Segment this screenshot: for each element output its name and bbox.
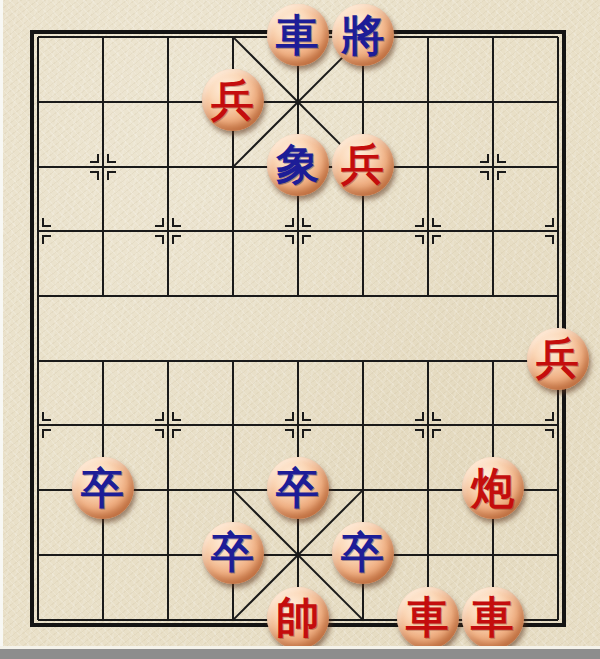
red-cannon[interactable]: 炮 <box>462 457 524 519</box>
grid-line <box>70 424 103 426</box>
point-marker <box>155 218 164 227</box>
board-point[interactable] <box>135 134 200 199</box>
grid-line <box>363 489 396 491</box>
grid-line <box>167 199 169 231</box>
board-point[interactable] <box>70 199 135 264</box>
board-point[interactable] <box>395 5 460 70</box>
grid-line <box>200 360 233 362</box>
grid-line <box>37 458 39 490</box>
grid-line <box>37 199 39 231</box>
grid-line <box>427 102 429 134</box>
grid-line <box>167 264 169 296</box>
board-point[interactable] <box>525 458 590 523</box>
point-marker <box>415 412 424 421</box>
grid-line <box>102 167 104 199</box>
grid-line <box>37 37 39 69</box>
grid-line <box>395 36 428 38</box>
grid-line <box>233 295 266 297</box>
grid-line <box>362 70 364 102</box>
grid-line <box>492 231 494 263</box>
grid-line <box>38 360 71 362</box>
grid-line <box>168 36 201 38</box>
board-point[interactable] <box>330 70 395 135</box>
grid-line <box>427 458 429 490</box>
board-point[interactable] <box>395 328 460 393</box>
grid-line <box>135 360 168 362</box>
board-point[interactable] <box>460 328 525 393</box>
grid-line <box>233 36 266 38</box>
grid-line <box>525 424 558 426</box>
grid-line <box>427 264 429 296</box>
grid-line <box>168 295 201 297</box>
board-point[interactable] <box>460 70 525 135</box>
grid-line <box>298 295 331 297</box>
grid-line <box>330 424 363 426</box>
board-point[interactable] <box>70 393 135 458</box>
board-point[interactable] <box>330 393 395 458</box>
grid-line <box>460 554 493 556</box>
grid-line <box>557 70 559 102</box>
grid-line <box>37 361 39 393</box>
grid-line <box>200 166 233 168</box>
grid-line <box>232 199 234 231</box>
grid-line <box>298 554 331 556</box>
point-marker <box>415 235 424 244</box>
board-point[interactable] <box>200 199 265 264</box>
grid-line <box>200 619 233 621</box>
grid-line <box>37 296 39 328</box>
red-soldier[interactable]: 兵 <box>332 134 394 196</box>
grid-line <box>168 230 201 232</box>
grid-line <box>102 199 104 231</box>
grid-line <box>102 134 104 166</box>
grid-line <box>427 523 429 555</box>
grid-line <box>557 523 559 555</box>
grid-line <box>102 393 104 425</box>
grid-line <box>493 36 526 38</box>
grid-line <box>167 393 169 425</box>
grid-line <box>265 424 298 426</box>
board-point[interactable] <box>5 70 70 135</box>
grid-line <box>460 424 493 426</box>
red-chariot[interactable]: 車 <box>462 587 524 649</box>
board-point[interactable] <box>70 70 135 135</box>
grid-line <box>492 555 494 587</box>
window-bottom-band <box>0 649 600 659</box>
grid-line <box>363 619 396 621</box>
grid-line <box>233 230 266 232</box>
board-point[interactable] <box>395 393 460 458</box>
grid-line <box>103 166 136 168</box>
grid-line <box>297 70 299 102</box>
board-point[interactable] <box>330 199 395 264</box>
point-marker <box>285 235 294 244</box>
grid-line <box>265 554 298 556</box>
grid-line <box>38 230 71 232</box>
point-marker <box>497 154 506 163</box>
grid-line <box>525 36 558 38</box>
grid-line <box>232 264 234 296</box>
grid-line <box>167 167 169 199</box>
board-point[interactable] <box>525 199 590 264</box>
board-point[interactable] <box>5 393 70 458</box>
grid-line <box>427 490 429 522</box>
grid-line <box>135 230 168 232</box>
grid-line <box>103 360 136 362</box>
grid-line <box>37 587 39 619</box>
grid-line <box>492 523 494 555</box>
grid-line <box>363 360 396 362</box>
grid-line <box>557 264 559 296</box>
grid-line <box>493 101 526 103</box>
grid-line <box>168 166 201 168</box>
grid-line <box>232 167 234 199</box>
board-point[interactable] <box>135 70 200 135</box>
grid-line <box>395 166 428 168</box>
grid-line <box>492 134 494 166</box>
grid-line <box>102 425 104 457</box>
grid-line <box>492 70 494 102</box>
grid-line <box>298 424 331 426</box>
point-marker <box>172 412 181 421</box>
grid-line <box>70 166 103 168</box>
point-marker <box>107 154 116 163</box>
grid-line <box>493 166 526 168</box>
window-left-edge <box>0 0 3 659</box>
grid-line <box>492 167 494 199</box>
board-point[interactable] <box>525 70 590 135</box>
point-marker <box>172 218 181 227</box>
grid-line <box>492 37 494 69</box>
grid-line <box>200 295 233 297</box>
point-marker <box>42 218 51 227</box>
grid-line <box>135 295 168 297</box>
red-general[interactable]: 帥 <box>267 587 329 649</box>
grid-line <box>427 37 429 69</box>
board-point[interactable] <box>460 523 525 588</box>
board-point[interactable] <box>135 393 200 458</box>
board-point[interactable] <box>265 393 330 458</box>
grid-line <box>557 296 559 328</box>
grid-line <box>362 102 364 134</box>
grid-line <box>233 489 266 491</box>
xiangqi-app-window: 車將兵象兵兵卒卒炮卒卒帥車車 <box>0 0 600 659</box>
grid-line <box>460 36 493 38</box>
board-point[interactable] <box>525 587 590 652</box>
grid-line <box>557 425 559 457</box>
point-marker <box>42 235 51 244</box>
point-marker <box>172 429 181 438</box>
grid-line <box>297 102 299 134</box>
board-point[interactable] <box>70 5 135 70</box>
grid-line <box>492 264 494 296</box>
board-point[interactable] <box>525 523 590 588</box>
grid-line <box>460 166 493 168</box>
grid-line <box>135 424 168 426</box>
point-marker <box>545 412 554 421</box>
point-marker <box>90 171 99 180</box>
point-marker <box>285 412 294 421</box>
grid-line <box>102 264 104 296</box>
board-point[interactable] <box>265 328 330 393</box>
board-point[interactable] <box>135 5 200 70</box>
grid-line <box>557 458 559 490</box>
point-marker <box>42 412 51 421</box>
grid-line <box>232 37 234 69</box>
grid-line <box>330 489 363 491</box>
board-point[interactable] <box>395 458 460 523</box>
grid-line <box>557 102 559 134</box>
grid-line <box>103 36 136 38</box>
board-point[interactable] <box>70 587 135 652</box>
grid-line <box>427 231 429 263</box>
grid-line <box>37 328 39 360</box>
grid-line <box>363 101 396 103</box>
point-marker <box>172 235 181 244</box>
grid-line <box>38 554 71 556</box>
grid-line <box>232 393 234 425</box>
grid-line <box>37 167 39 199</box>
grid-line <box>232 490 234 522</box>
red-soldier[interactable]: 兵 <box>202 69 264 131</box>
grid-line <box>37 523 39 555</box>
grid-line <box>395 101 428 103</box>
grid-line <box>298 230 331 232</box>
grid-line <box>167 458 169 490</box>
grid-line <box>428 295 461 297</box>
grid-line <box>362 458 364 490</box>
point-marker <box>415 218 424 227</box>
grid-line <box>363 424 396 426</box>
grid-line <box>38 166 71 168</box>
grid-line <box>232 587 234 619</box>
grid-line <box>168 424 201 426</box>
board-point[interactable] <box>5 523 70 588</box>
grid-line <box>70 295 103 297</box>
point-marker <box>432 235 441 244</box>
grid-line <box>37 393 39 425</box>
point-marker <box>415 429 424 438</box>
board-point[interactable] <box>5 5 70 70</box>
grid-line <box>168 489 201 491</box>
point-marker <box>285 218 294 227</box>
board-point[interactable] <box>460 134 525 199</box>
grid-line <box>557 37 559 69</box>
grid-line <box>428 230 461 232</box>
point-marker <box>302 235 311 244</box>
board-point[interactable] <box>135 458 200 523</box>
grid-line <box>167 37 169 69</box>
grid-line <box>395 489 428 491</box>
board-point[interactable] <box>395 523 460 588</box>
grid-line <box>233 619 266 621</box>
grid-line <box>37 490 39 522</box>
grid-line <box>427 393 429 425</box>
red-soldier[interactable]: 兵 <box>527 328 589 390</box>
board-point[interactable] <box>5 587 70 652</box>
grid-line <box>102 361 104 393</box>
grid-line <box>37 70 39 102</box>
grid-line <box>37 555 39 587</box>
grid-line <box>37 425 39 457</box>
board-point[interactable] <box>395 134 460 199</box>
grid-line <box>525 619 558 621</box>
board-point[interactable] <box>200 328 265 393</box>
grid-line <box>297 523 299 555</box>
black-elephant[interactable]: 象 <box>267 134 329 196</box>
grid-line <box>460 230 493 232</box>
board-point[interactable] <box>395 70 460 135</box>
point-marker <box>42 429 51 438</box>
grid-line <box>168 360 201 362</box>
grid-line <box>525 295 558 297</box>
board-point[interactable] <box>525 134 590 199</box>
grid-line <box>103 295 136 297</box>
board-point[interactable] <box>460 5 525 70</box>
point-marker <box>155 412 164 421</box>
point-marker <box>285 429 294 438</box>
grid-line <box>38 36 71 38</box>
grid-line <box>167 523 169 555</box>
grid-line <box>103 101 136 103</box>
board-point[interactable] <box>460 264 525 329</box>
grid-line <box>362 231 364 263</box>
board-point[interactable] <box>200 264 265 329</box>
grid-line <box>297 555 299 587</box>
grid-line <box>493 295 526 297</box>
board-point[interactable] <box>265 199 330 264</box>
grid-line <box>362 361 364 393</box>
grid-line <box>232 134 234 166</box>
point-marker <box>302 429 311 438</box>
grid-line <box>167 361 169 393</box>
board-point[interactable] <box>395 264 460 329</box>
board-point[interactable] <box>70 264 135 329</box>
board-point[interactable] <box>135 264 200 329</box>
grid-line <box>557 199 559 231</box>
board-point[interactable] <box>70 328 135 393</box>
grid-line <box>135 489 168 491</box>
board-point[interactable] <box>200 393 265 458</box>
board-point[interactable] <box>525 393 590 458</box>
board-point[interactable] <box>135 199 200 264</box>
black-soldier[interactable]: 卒 <box>202 522 264 584</box>
grid-line <box>297 393 299 425</box>
grid-line <box>103 230 136 232</box>
board-point[interactable] <box>330 328 395 393</box>
grid-line <box>37 264 39 296</box>
xiangqi-board: 車將兵象兵兵卒卒炮卒卒帥車車 <box>5 5 590 652</box>
grid-line <box>232 458 234 490</box>
grid-line <box>37 231 39 263</box>
black-soldier[interactable]: 卒 <box>267 457 329 519</box>
grid-line <box>200 424 233 426</box>
board-point[interactable] <box>330 264 395 329</box>
grid-line <box>493 424 526 426</box>
grid-line <box>557 555 559 587</box>
grid-line <box>428 554 461 556</box>
board-point[interactable] <box>135 523 200 588</box>
grid-line <box>557 393 559 425</box>
grid-line <box>428 489 461 491</box>
red-chariot[interactable]: 車 <box>397 587 459 649</box>
grid-line <box>135 36 168 38</box>
grid-line <box>233 360 266 362</box>
black-general[interactable]: 將 <box>332 4 394 66</box>
grid-line <box>167 231 169 263</box>
board-point[interactable] <box>525 5 590 70</box>
board-point[interactable] <box>70 134 135 199</box>
black-chariot[interactable]: 車 <box>267 4 329 66</box>
grid-line <box>232 231 234 263</box>
grid-line <box>265 101 298 103</box>
board-point[interactable] <box>135 328 200 393</box>
point-marker <box>155 429 164 438</box>
board-point[interactable] <box>460 199 525 264</box>
grid-line <box>557 587 559 619</box>
grid-line <box>265 360 298 362</box>
grid-line <box>525 230 558 232</box>
grid-line <box>103 554 136 556</box>
grid-line <box>362 264 364 296</box>
point-marker <box>432 429 441 438</box>
grid-line <box>493 230 526 232</box>
grid-line <box>167 70 169 102</box>
grid-line <box>200 36 233 38</box>
black-soldier[interactable]: 卒 <box>332 522 394 584</box>
point-marker <box>545 218 554 227</box>
grid-line <box>427 555 429 587</box>
grid-line <box>492 102 494 134</box>
grid-line <box>167 425 169 457</box>
grid-line <box>525 166 558 168</box>
grid-line <box>428 360 461 362</box>
grid-line <box>493 554 526 556</box>
board-point[interactable] <box>5 199 70 264</box>
board-point[interactable] <box>70 523 135 588</box>
grid-line <box>395 230 428 232</box>
board-point[interactable] <box>460 393 525 458</box>
grid-line <box>557 134 559 166</box>
grid-line <box>232 425 234 457</box>
grid-line <box>362 490 364 522</box>
point-marker <box>302 412 311 421</box>
grid-line <box>492 393 494 425</box>
grid-line <box>70 554 103 556</box>
grid-line <box>427 425 429 457</box>
grid-line <box>395 295 428 297</box>
grid-line <box>492 199 494 231</box>
board-point[interactable] <box>135 587 200 652</box>
board-point[interactable] <box>5 134 70 199</box>
black-soldier[interactable]: 卒 <box>72 457 134 519</box>
grid-line <box>168 101 201 103</box>
grid-line <box>37 102 39 134</box>
grid-line <box>70 101 103 103</box>
board-point[interactable] <box>525 264 590 329</box>
point-marker <box>90 154 99 163</box>
board-point[interactable] <box>395 199 460 264</box>
board-point[interactable] <box>5 264 70 329</box>
grid-line <box>428 166 461 168</box>
grid-line <box>525 489 558 491</box>
grid-line <box>395 554 428 556</box>
grid-line <box>330 619 363 621</box>
point-marker <box>432 412 441 421</box>
board-point[interactable] <box>5 328 70 393</box>
board-point[interactable] <box>5 458 70 523</box>
board-point[interactable] <box>265 264 330 329</box>
